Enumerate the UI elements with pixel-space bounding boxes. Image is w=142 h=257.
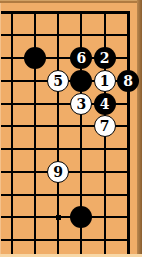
move-number: 2 bbox=[100, 51, 110, 65]
go-board-diagram: 625183479 bbox=[0, 0, 142, 257]
white-stone: 3 bbox=[70, 93, 92, 115]
grid-line-horizontal bbox=[0, 34, 130, 36]
white-stone: 5 bbox=[47, 70, 69, 92]
star-point bbox=[56, 215, 61, 220]
move-number: 1 bbox=[100, 74, 110, 88]
black-stone: 4 bbox=[94, 93, 116, 115]
grid-line-horizontal bbox=[0, 216, 130, 218]
board-border-top bbox=[0, 1, 142, 3]
move-number: 5 bbox=[53, 74, 63, 88]
move-number: 4 bbox=[100, 97, 110, 111]
grid-line-horizontal bbox=[0, 11, 130, 14]
black-stone: 8 bbox=[117, 70, 139, 92]
grid-line-vertical bbox=[127, 11, 130, 254]
move-number: 6 bbox=[77, 51, 87, 65]
white-stone: 7 bbox=[94, 115, 116, 137]
board-border-right bbox=[137, 0, 142, 257]
grid-line-horizontal bbox=[0, 239, 130, 241]
black-stone bbox=[70, 70, 92, 92]
white-stone: 1 bbox=[94, 70, 116, 92]
black-stone: 6 bbox=[70, 47, 92, 69]
grid-line-vertical bbox=[11, 11, 13, 254]
black-stone: 2 bbox=[94, 47, 116, 69]
grid-line-horizontal bbox=[0, 148, 130, 150]
black-stone bbox=[70, 206, 92, 228]
move-number: 3 bbox=[77, 97, 87, 111]
white-stone: 9 bbox=[47, 161, 69, 183]
move-number: 8 bbox=[123, 74, 133, 88]
board-border-left bbox=[0, 0, 1, 257]
grid-line-horizontal bbox=[0, 194, 130, 196]
black-stone bbox=[24, 47, 46, 69]
move-number: 9 bbox=[53, 165, 63, 179]
move-number: 7 bbox=[100, 119, 110, 133]
